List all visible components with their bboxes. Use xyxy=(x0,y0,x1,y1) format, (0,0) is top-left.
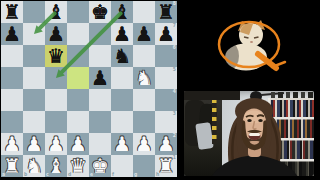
square-h8[interactable]: ♜8 xyxy=(155,1,177,23)
rank-label: 8 xyxy=(173,2,176,7)
piece-black-k-e8: ♚ xyxy=(89,1,111,23)
eye xyxy=(258,119,263,122)
piece-black-q-c6: ♛ xyxy=(45,45,67,67)
square-h2[interactable]: ♟2 xyxy=(155,133,177,155)
square-a8[interactable]: ♜ xyxy=(1,1,23,23)
piece-black-n-f6: ♞ xyxy=(111,45,133,67)
square-g6[interactable] xyxy=(133,45,155,67)
piece-white-p-g2: ♟ xyxy=(133,133,155,155)
square-b3[interactable] xyxy=(23,111,45,133)
square-c3[interactable] xyxy=(45,111,67,133)
piece-white-p-b2: ♟ xyxy=(23,133,45,155)
square-g7[interactable]: ♟ xyxy=(133,23,155,45)
rank-label: 7 xyxy=(173,24,176,29)
square-c2[interactable]: ♟ xyxy=(45,133,67,155)
square-a6[interactable] xyxy=(1,45,23,67)
square-b8[interactable] xyxy=(23,1,45,23)
square-b7[interactable] xyxy=(23,23,45,45)
square-g1[interactable]: g xyxy=(133,155,155,177)
cat-nose xyxy=(250,41,253,43)
square-d2[interactable]: ♟ xyxy=(67,133,89,155)
square-a3[interactable] xyxy=(1,111,23,133)
piece-black-p-h7: ♟ xyxy=(155,23,177,45)
chess-board[interactable]: ♜♝♚♝♜8♟♟♟♟♟7♛♞6♟♞543♟♟♟♟♟♟♟2♜a♞b♝c♛d♚efg… xyxy=(1,1,177,177)
square-g8[interactable] xyxy=(133,1,155,23)
square-c1[interactable]: ♝c xyxy=(45,155,67,177)
piece-black-p-f7: ♟ xyxy=(111,23,133,45)
square-a5[interactable] xyxy=(1,67,23,89)
piece-black-p-g7: ♟ xyxy=(133,23,155,45)
square-b1[interactable]: ♞b xyxy=(23,155,45,177)
square-c7[interactable]: ♟ xyxy=(45,23,67,45)
square-e8[interactable]: ♚ xyxy=(89,1,111,23)
rank-label: 4 xyxy=(173,90,176,95)
file-label: e xyxy=(90,172,93,177)
file-label: a xyxy=(2,172,5,177)
piece-black-p-a7: ♟ xyxy=(1,23,23,45)
square-e1[interactable]: ♚e xyxy=(89,155,111,177)
square-d3[interactable] xyxy=(67,111,89,133)
cat-q-logo xyxy=(178,0,320,89)
eye xyxy=(247,119,252,122)
square-a4[interactable] xyxy=(1,89,23,111)
piece-white-p-h2: ♟ xyxy=(155,133,177,155)
piece-white-p-c2: ♟ xyxy=(45,133,67,155)
piece-white-n-b1: ♞ xyxy=(23,155,45,177)
square-b4[interactable] xyxy=(23,89,45,111)
square-h6[interactable]: 6 xyxy=(155,45,177,67)
piece-black-p-e5: ♟ xyxy=(89,67,111,89)
piece-white-q-d1: ♛ xyxy=(67,155,89,177)
square-f5[interactable] xyxy=(111,67,133,89)
cat-eye-right xyxy=(254,37,259,38)
square-h1[interactable]: ♜1h xyxy=(155,155,177,177)
square-h3[interactable]: 3 xyxy=(155,111,177,133)
square-e5[interactable]: ♟ xyxy=(89,67,111,89)
square-e4[interactable] xyxy=(89,89,111,111)
square-d6[interactable] xyxy=(67,45,89,67)
video-frame[interactable]: ♜♝♚♝♜8♟♟♟♟♟7♛♞6♟♞543♟♟♟♟♟♟♟2♜a♞b♝c♛d♚efg… xyxy=(0,0,320,180)
channel-logo-panel xyxy=(178,0,320,89)
square-c5[interactable] xyxy=(45,67,67,89)
square-d4[interactable] xyxy=(67,89,89,111)
square-g3[interactable] xyxy=(133,111,155,133)
piece-white-p-a2: ♟ xyxy=(1,133,23,155)
square-e2[interactable] xyxy=(89,133,111,155)
square-d8[interactable] xyxy=(67,1,89,23)
piece-white-k-e1: ♚ xyxy=(89,155,111,177)
t-shirt xyxy=(211,156,298,177)
piece-white-n-g5: ♞ xyxy=(133,67,155,89)
square-d1[interactable]: ♛d xyxy=(67,155,89,177)
square-c6[interactable]: ♛ xyxy=(45,45,67,67)
square-f4[interactable] xyxy=(111,89,133,111)
file-label: b xyxy=(24,172,27,177)
square-f2[interactable]: ♟ xyxy=(111,133,133,155)
square-b2[interactable]: ♟ xyxy=(23,133,45,155)
webcam-video xyxy=(184,91,314,176)
square-g5[interactable]: ♞ xyxy=(133,67,155,89)
square-e3[interactable] xyxy=(89,111,111,133)
rank-label: 1 xyxy=(173,156,176,161)
square-e6[interactable] xyxy=(89,45,111,67)
square-f1[interactable]: f xyxy=(111,155,133,177)
square-e7[interactable] xyxy=(89,23,111,45)
cat-eye-left xyxy=(244,37,249,38)
piece-white-b-c1: ♝ xyxy=(45,155,67,177)
file-label: h xyxy=(156,172,159,177)
piece-black-b-c8: ♝ xyxy=(45,1,67,23)
rank-label: 3 xyxy=(173,112,176,117)
square-h4[interactable]: 4 xyxy=(155,89,177,111)
square-b6[interactable] xyxy=(23,45,45,67)
piece-white-p-d2: ♟ xyxy=(67,133,89,155)
square-b5[interactable] xyxy=(23,67,45,89)
rank-label: 2 xyxy=(173,134,176,139)
square-d5[interactable] xyxy=(67,67,89,89)
square-f7[interactable]: ♟ xyxy=(111,23,133,45)
square-f3[interactable] xyxy=(111,111,133,133)
piece-white-r-a1: ♜ xyxy=(1,155,23,177)
piece-black-p-c7: ♟ xyxy=(45,23,67,45)
square-h5[interactable]: 5 xyxy=(155,67,177,89)
streamer xyxy=(184,91,314,176)
file-label: c xyxy=(46,172,49,177)
file-label: d xyxy=(68,172,71,177)
piece-white-r-h1: ♜ xyxy=(155,155,177,177)
square-a7[interactable]: ♟ xyxy=(1,23,23,45)
square-g2[interactable]: ♟ xyxy=(133,133,155,155)
square-c8[interactable]: ♝ xyxy=(45,1,67,23)
square-c4[interactable] xyxy=(45,89,67,111)
square-g4[interactable] xyxy=(133,89,155,111)
piece-black-b-f8: ♝ xyxy=(111,1,133,23)
teeth xyxy=(249,133,260,136)
square-d7[interactable] xyxy=(67,23,89,45)
square-a2[interactable]: ♟ xyxy=(1,133,23,155)
rank-label: 5 xyxy=(173,68,176,73)
square-f6[interactable]: ♞ xyxy=(111,45,133,67)
file-label: g xyxy=(134,172,137,177)
piece-white-p-f2: ♟ xyxy=(111,133,133,155)
square-f8[interactable]: ♝ xyxy=(111,1,133,23)
piece-black-r-a8: ♜ xyxy=(1,1,23,23)
square-a1[interactable]: ♜a xyxy=(1,155,23,177)
piece-black-r-h8: ♜ xyxy=(155,1,177,23)
webcam-panel xyxy=(178,89,320,180)
file-label: f xyxy=(112,172,114,177)
rank-label: 6 xyxy=(173,46,176,51)
square-h7[interactable]: ♟7 xyxy=(155,23,177,45)
